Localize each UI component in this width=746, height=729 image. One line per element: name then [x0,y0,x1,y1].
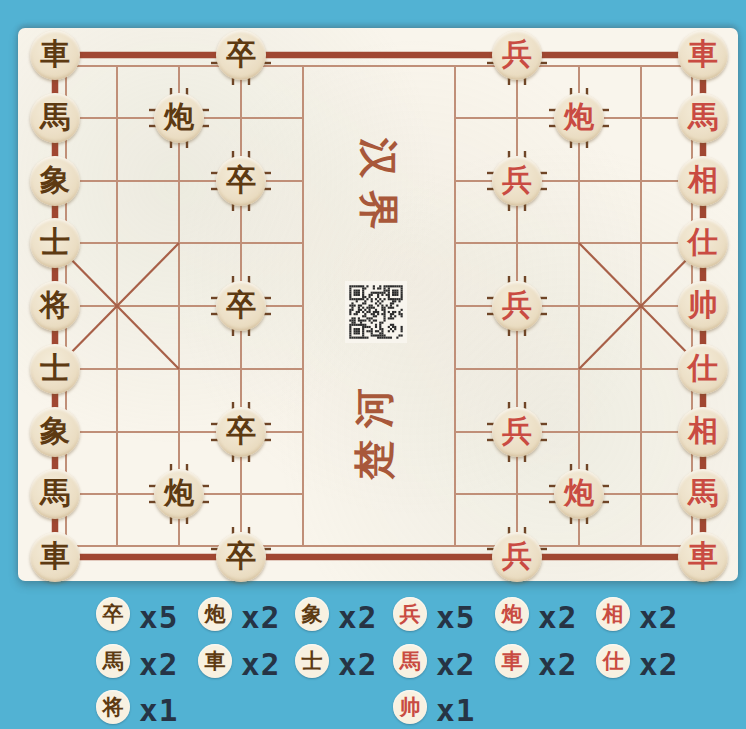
piece-red-帅[interactable]: 帅 [678,281,728,331]
piece-black-士[interactable]: 士 [30,344,80,394]
piece-glyph: 卒 [226,39,256,69]
piece-black-炮[interactable]: 炮 [154,469,204,519]
piece-glyph: 士 [40,227,70,257]
piece-glyph: 炮 [164,478,194,508]
piece-glyph: 炮 [564,102,594,132]
piece-black-象[interactable]: 象 [30,156,80,206]
piece-glyph: 兵 [502,165,532,195]
piece-glyph: 兵 [502,541,532,571]
piece-glyph: 炮 [564,478,594,508]
piece-glyph: 仕 [688,227,718,257]
piece-black-卒[interactable]: 卒 [216,30,266,80]
piece-red-兵[interactable]: 兵 [492,532,542,582]
piece-red-仕[interactable]: 仕 [678,344,728,394]
piece-glyph: 相 [688,165,718,195]
piece-black-象[interactable]: 象 [30,407,80,457]
piece-red-兵[interactable]: 兵 [492,156,542,206]
piece-black-車[interactable]: 車 [30,532,80,582]
piece-glyph: 馬 [40,478,70,508]
piece-black-卒[interactable]: 卒 [216,407,266,457]
piece-glyph: 炮 [164,102,194,132]
piece-black-士[interactable]: 士 [30,218,80,268]
piece-glyph: 仕 [688,353,718,383]
piece-glyph: 相 [688,416,718,446]
piece-glyph: 士 [40,353,70,383]
piece-glyph: 車 [40,39,70,69]
piece-glyph: 卒 [226,541,256,571]
piece-glyph: 卒 [226,165,256,195]
piece-red-兵[interactable]: 兵 [492,30,542,80]
piece-red-相[interactable]: 相 [678,407,728,457]
piece-black-炮[interactable]: 炮 [154,93,204,143]
xiangqi-setup-screen: 汉界 楚河 車馬象士将士象馬車炮炮卒卒卒卒卒兵兵兵兵兵炮炮車馬相仕帅仕相馬車 卒… [0,0,746,729]
piece-black-卒[interactable]: 卒 [216,156,266,206]
piece-red-馬[interactable]: 馬 [678,93,728,143]
piece-red-車[interactable]: 車 [678,532,728,582]
piece-glyph: 卒 [226,290,256,320]
piece-glyph: 兵 [502,290,532,320]
piece-glyph: 象 [40,165,70,195]
piece-glyph: 卒 [226,416,256,446]
piece-glyph: 車 [688,39,718,69]
piece-black-卒[interactable]: 卒 [216,532,266,582]
piece-black-車[interactable]: 車 [30,30,80,80]
piece-black-馬[interactable]: 馬 [30,93,80,143]
piece-glyph: 馬 [40,102,70,132]
piece-glyph: 馬 [688,102,718,132]
piece-glyph: 兵 [502,39,532,69]
piece-red-馬[interactable]: 馬 [678,469,728,519]
piece-glyph: 象 [40,416,70,446]
piece-red-相[interactable]: 相 [678,156,728,206]
piece-glyph: 兵 [502,416,532,446]
piece-glyph: 車 [688,541,718,571]
piece-red-車[interactable]: 車 [678,30,728,80]
piece-glyph: 帅 [688,290,718,320]
piece-red-兵[interactable]: 兵 [492,281,542,331]
piece-black-馬[interactable]: 馬 [30,469,80,519]
pieces-layer: 車馬象士将士象馬車炮炮卒卒卒卒卒兵兵兵兵兵炮炮車馬相仕帅仕相馬車 [0,0,746,729]
piece-red-炮[interactable]: 炮 [554,469,604,519]
piece-red-炮[interactable]: 炮 [554,93,604,143]
piece-black-卒[interactable]: 卒 [216,281,266,331]
piece-glyph: 馬 [688,478,718,508]
piece-black-将[interactable]: 将 [30,281,80,331]
piece-glyph: 車 [40,541,70,571]
piece-glyph: 将 [40,290,70,320]
piece-red-兵[interactable]: 兵 [492,407,542,457]
piece-red-仕[interactable]: 仕 [678,218,728,268]
